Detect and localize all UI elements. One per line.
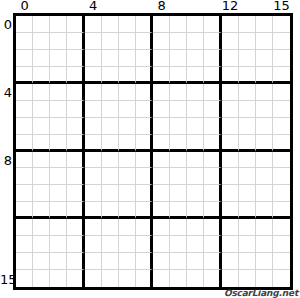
- grid-cell: [50, 118, 67, 135]
- grid-cell: [102, 168, 119, 185]
- grid-cell: [204, 101, 221, 118]
- grid-cell: [256, 168, 273, 185]
- grid-cell: [85, 33, 102, 50]
- grid-cell: [102, 219, 119, 236]
- grid-cell: [102, 152, 119, 169]
- grid-cell: [204, 50, 221, 67]
- grid-cell: [273, 236, 290, 253]
- grid-cell: [239, 16, 256, 33]
- grid-cell: [85, 185, 102, 202]
- grid-cell: [239, 67, 256, 84]
- row-label-15: 15: [0, 272, 12, 285]
- grid-cell: [136, 67, 153, 84]
- grid-cell: [33, 152, 50, 169]
- grid-cell: [170, 101, 187, 118]
- grid-cell: [222, 185, 239, 202]
- grid-cell: [170, 168, 187, 185]
- grid-cell: [170, 202, 187, 219]
- grid-cell: [67, 16, 84, 33]
- grid-cell: [119, 67, 136, 84]
- grid-cell: [67, 84, 84, 101]
- grid-cell: [50, 33, 67, 50]
- grid-cell: [102, 118, 119, 135]
- grid-cell: [187, 50, 204, 67]
- grid-cell: [119, 152, 136, 169]
- grid-cell: [67, 202, 84, 219]
- grid-cell: [119, 185, 136, 202]
- grid-cell: [170, 270, 187, 287]
- col-label-0: 0: [20, 0, 28, 12]
- grid-cell: [67, 135, 84, 152]
- grid-cell: [222, 50, 239, 67]
- grid-cell: [85, 202, 102, 219]
- grid-cell: [153, 219, 170, 236]
- grid-cell: [102, 135, 119, 152]
- grid-cell: [67, 253, 84, 270]
- grid-cell: [187, 253, 204, 270]
- grid-cell: [256, 16, 273, 33]
- grid-cell: [273, 152, 290, 169]
- grid-cell: [239, 270, 256, 287]
- grid-cell: [33, 135, 50, 152]
- grid-cell: [67, 270, 84, 287]
- grid-cell: [273, 67, 290, 84]
- grid-cell: [85, 16, 102, 33]
- grid-cell: [187, 118, 204, 135]
- grid-cell: [33, 67, 50, 84]
- grid-cell: [222, 67, 239, 84]
- grid-cell: [187, 67, 204, 84]
- grid-cell: [50, 84, 67, 101]
- grid-cell: [187, 270, 204, 287]
- grid-cell: [50, 135, 67, 152]
- grid-cell: [33, 219, 50, 236]
- grid-cell: [239, 185, 256, 202]
- grid-cell: [170, 84, 187, 101]
- grid-cell: [119, 253, 136, 270]
- grid-cell: [16, 67, 33, 84]
- grid-cell: [256, 50, 273, 67]
- grid-cell: [170, 253, 187, 270]
- col-label-4: 4: [89, 0, 97, 12]
- grid-cell: [187, 152, 204, 169]
- grid-cell: [136, 270, 153, 287]
- grid-cell: [239, 135, 256, 152]
- grid-cell: [136, 168, 153, 185]
- grid-cell: [136, 118, 153, 135]
- grid-cell: [187, 101, 204, 118]
- grid-cell: [67, 67, 84, 84]
- grid-cell: [50, 50, 67, 67]
- grid-cell: [204, 185, 221, 202]
- grid-cell: [16, 84, 33, 101]
- grid-cell: [33, 185, 50, 202]
- grid-cell: [256, 236, 273, 253]
- grid-cell: [50, 152, 67, 169]
- grid-cell: [136, 16, 153, 33]
- grid-cell: [170, 118, 187, 135]
- grid-cell: [85, 118, 102, 135]
- grid-cell: [16, 152, 33, 169]
- grid-cell: [153, 253, 170, 270]
- grid-cell: [170, 33, 187, 50]
- grid-cell: [85, 219, 102, 236]
- grid-cell: [85, 236, 102, 253]
- grid-cell: [50, 101, 67, 118]
- grid-cell: [187, 185, 204, 202]
- grid-cell: [204, 152, 221, 169]
- grid-cell: [102, 16, 119, 33]
- grid-cell: [85, 253, 102, 270]
- grid-cell: [67, 219, 84, 236]
- grid-cell: [170, 236, 187, 253]
- grid-cell: [16, 236, 33, 253]
- grid-cell: [153, 236, 170, 253]
- grid-cell: [16, 101, 33, 118]
- grid-cell: [187, 219, 204, 236]
- grid-cell: [153, 202, 170, 219]
- grid-cell: [239, 152, 256, 169]
- grid-cell: [50, 185, 67, 202]
- grid-cell: [273, 270, 290, 287]
- grid-cell: [222, 236, 239, 253]
- watermark: OscarLiang.net: [224, 288, 298, 298]
- grid-cell: [33, 118, 50, 135]
- grid-cell: [204, 253, 221, 270]
- grid-cell: [153, 16, 170, 33]
- grid-cell: [187, 202, 204, 219]
- board-grid: [13, 13, 293, 290]
- grid-cell: [273, 118, 290, 135]
- grid-cell: [153, 270, 170, 287]
- grid-cell: [33, 50, 50, 67]
- grid-cell: [119, 202, 136, 219]
- grid-cell: [273, 101, 290, 118]
- grid-cell: [16, 33, 33, 50]
- grid-cell: [16, 185, 33, 202]
- grid-cell: [119, 270, 136, 287]
- grid-cell: [256, 253, 273, 270]
- grid-cell: [85, 101, 102, 118]
- grid-cell: [153, 152, 170, 169]
- grid-cell: [102, 270, 119, 287]
- row-label-8: 8: [0, 153, 12, 166]
- grid-cell: [136, 101, 153, 118]
- grid-cell: [170, 50, 187, 67]
- grid-cell: [16, 118, 33, 135]
- grid-cell: [222, 219, 239, 236]
- grid-cell: [222, 84, 239, 101]
- grid-cell: [256, 219, 273, 236]
- grid-cell: [136, 202, 153, 219]
- grid-cell: [204, 118, 221, 135]
- grid-cell: [136, 135, 153, 152]
- puzzle-grid-diagram: 0481215 04815 OscarLiang.net: [0, 0, 300, 298]
- grid-cell: [33, 84, 50, 101]
- grid-cell: [16, 202, 33, 219]
- grid-cell: [50, 168, 67, 185]
- grid-cell: [273, 135, 290, 152]
- grid-cell: [153, 168, 170, 185]
- grid-cell: [102, 50, 119, 67]
- grid-cell: [85, 270, 102, 287]
- grid-cell: [102, 185, 119, 202]
- row-label-0: 0: [0, 18, 12, 31]
- grid-cell: [85, 67, 102, 84]
- grid-cell: [50, 253, 67, 270]
- grid-cell: [67, 236, 84, 253]
- grid-cell: [204, 236, 221, 253]
- grid-cell: [136, 152, 153, 169]
- grid-cell: [119, 84, 136, 101]
- grid-cell: [204, 270, 221, 287]
- grid-cell: [67, 50, 84, 67]
- grid-cell: [239, 101, 256, 118]
- grid-cell: [136, 219, 153, 236]
- grid-cell: [85, 152, 102, 169]
- grid-cell: [85, 50, 102, 67]
- grid-cell: [273, 16, 290, 33]
- grid-cell: [119, 16, 136, 33]
- grid-cell: [256, 270, 273, 287]
- grid-cell: [16, 270, 33, 287]
- grid-cell: [85, 135, 102, 152]
- grid-cell: [102, 33, 119, 50]
- grid-cell: [102, 236, 119, 253]
- col-label-15: 15: [273, 0, 290, 12]
- grid-cell: [256, 101, 273, 118]
- grid-cell: [33, 33, 50, 50]
- grid-cell: [16, 219, 33, 236]
- grid-cell: [204, 84, 221, 101]
- grid-cell: [170, 152, 187, 169]
- grid-cell: [85, 84, 102, 101]
- grid-cell: [50, 16, 67, 33]
- grid-cell: [16, 135, 33, 152]
- grid-cell: [33, 168, 50, 185]
- grid-cell: [204, 135, 221, 152]
- grid-cell: [67, 185, 84, 202]
- grid-cell: [153, 118, 170, 135]
- grid-cell: [16, 253, 33, 270]
- grid-cell: [273, 253, 290, 270]
- grid-cell: [273, 219, 290, 236]
- grid-cell: [239, 168, 256, 185]
- grid-cell: [222, 168, 239, 185]
- grid-cell: [273, 84, 290, 101]
- grid-cell: [256, 118, 273, 135]
- grid-cell: [136, 185, 153, 202]
- grid-cell: [119, 219, 136, 236]
- grid-cell: [239, 202, 256, 219]
- grid-cell: [67, 33, 84, 50]
- grid-cell: [239, 84, 256, 101]
- grid-cell: [170, 16, 187, 33]
- grid-cell: [204, 16, 221, 33]
- grid-cell: [136, 33, 153, 50]
- grid-cell: [273, 185, 290, 202]
- grid-cell: [273, 50, 290, 67]
- grid-cell: [136, 253, 153, 270]
- grid-cell: [119, 101, 136, 118]
- grid-cell: [222, 202, 239, 219]
- grid-cell: [67, 168, 84, 185]
- grid-cell: [33, 270, 50, 287]
- grid-cell: [170, 219, 187, 236]
- grid-cell: [239, 253, 256, 270]
- row-label-4: 4: [0, 86, 12, 99]
- grid-cell: [187, 84, 204, 101]
- grid-cell: [256, 202, 273, 219]
- grid-cell: [222, 152, 239, 169]
- col-label-12: 12: [222, 0, 239, 12]
- grid-cell: [119, 236, 136, 253]
- grid-cell: [119, 168, 136, 185]
- grid-cell: [102, 84, 119, 101]
- grid-cell: [222, 101, 239, 118]
- grid-cell: [153, 84, 170, 101]
- grid-cell: [153, 67, 170, 84]
- grid-cell: [119, 33, 136, 50]
- grid-cell: [239, 50, 256, 67]
- grid-cell: [170, 67, 187, 84]
- grid-cell: [102, 67, 119, 84]
- grid-cell: [187, 33, 204, 50]
- grid-cell: [256, 135, 273, 152]
- grid-cell: [187, 168, 204, 185]
- grid-cell: [204, 202, 221, 219]
- grid-cell: [33, 16, 50, 33]
- grid-cell: [136, 84, 153, 101]
- grid-cell: [222, 270, 239, 287]
- grid-cell: [50, 219, 67, 236]
- grid-cell: [204, 168, 221, 185]
- grid-cell: [153, 50, 170, 67]
- grid-cell: [204, 219, 221, 236]
- grid-cell: [256, 152, 273, 169]
- grid-cell: [239, 219, 256, 236]
- grid-cell: [67, 101, 84, 118]
- grid-cell: [16, 16, 33, 33]
- grid-cell: [33, 236, 50, 253]
- grid-cell: [50, 202, 67, 219]
- grid-cell: [153, 101, 170, 118]
- grid-cell: [102, 202, 119, 219]
- grid-cell: [170, 135, 187, 152]
- grid-cell: [222, 33, 239, 50]
- grid-cell: [187, 236, 204, 253]
- grid-cell: [33, 253, 50, 270]
- col-label-8: 8: [157, 0, 165, 12]
- grid-cell: [119, 50, 136, 67]
- grid-cell: [50, 270, 67, 287]
- grid-cell: [273, 33, 290, 50]
- grid-cell: [170, 185, 187, 202]
- grid-cell: [16, 50, 33, 67]
- grid-cell: [102, 101, 119, 118]
- grid-cell: [67, 118, 84, 135]
- grid-cell: [119, 118, 136, 135]
- grid-cell: [222, 118, 239, 135]
- grid-cell: [153, 185, 170, 202]
- grid-cell: [50, 236, 67, 253]
- grid-cell: [222, 16, 239, 33]
- grid-cell: [256, 33, 273, 50]
- grid-cell: [50, 67, 67, 84]
- grid-cell: [256, 67, 273, 84]
- grid-cell: [187, 135, 204, 152]
- grid-cell: [153, 33, 170, 50]
- grid-cell: [222, 253, 239, 270]
- grid-cell: [256, 185, 273, 202]
- grid-cell: [239, 236, 256, 253]
- grid-cell: [119, 135, 136, 152]
- grid-cell: [67, 152, 84, 169]
- grid-cell: [239, 33, 256, 50]
- grid-cell: [136, 236, 153, 253]
- grid-cell: [204, 33, 221, 50]
- grid-cell: [187, 16, 204, 33]
- grid-cell: [256, 84, 273, 101]
- grid-cell: [273, 168, 290, 185]
- grid-cell: [85, 168, 102, 185]
- grid-cell: [153, 135, 170, 152]
- grid-cell: [273, 202, 290, 219]
- grid-cell: [136, 50, 153, 67]
- grid-cell: [204, 67, 221, 84]
- grid-cell: [33, 101, 50, 118]
- grid-cell: [33, 202, 50, 219]
- grid-cell: [239, 118, 256, 135]
- grid-cell: [16, 168, 33, 185]
- grid-cell: [222, 135, 239, 152]
- grid-cell: [102, 253, 119, 270]
